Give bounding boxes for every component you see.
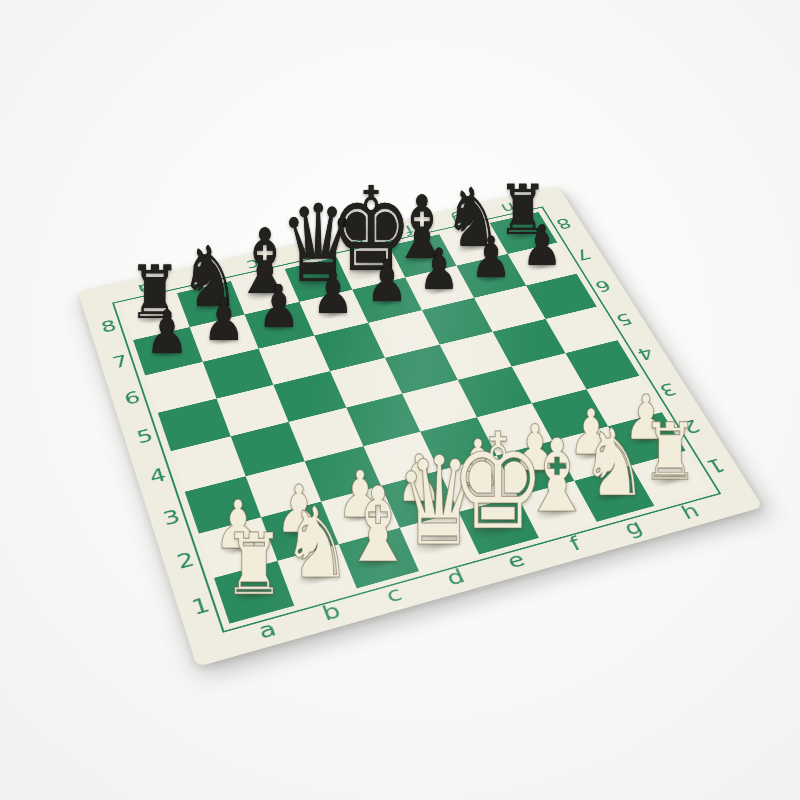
piece-black-pawn-c7[interactable]: ♟	[258, 276, 300, 335]
coord-left-rank-1: 1	[189, 595, 212, 618]
piece-black-pawn-e7[interactable]: ♟	[366, 252, 408, 310]
piece-black-pawn-a7[interactable]: ♟	[146, 302, 189, 362]
piece-black-pawn-d7[interactable]: ♟	[312, 265, 354, 323]
photo-scene: 88aa77bb66cc55dd44ee33ff22gg11hh ♜♞♝♛♚♝♞…	[0, 0, 800, 800]
coord-bottom-file-a: a	[256, 618, 279, 642]
piece-black-pawn-f7[interactable]: ♟	[419, 241, 460, 298]
piece-white-knight-g1[interactable]: ♞	[580, 417, 647, 510]
coord-bottom-file-g: g	[621, 517, 645, 538]
coord-bottom-file-h: h	[678, 501, 702, 522]
coord-left-rank-5: 5	[135, 427, 155, 446]
coord-left-rank-7: 7	[111, 353, 131, 371]
coord-left-rank-4: 4	[147, 466, 168, 486]
coord-left-rank-6: 6	[122, 389, 142, 408]
piece-white-rook-a1[interactable]: ♜	[223, 522, 284, 607]
coord-bottom-file-f: f	[566, 534, 584, 554]
coord-left-rank-3: 3	[161, 507, 183, 528]
piece-black-pawn-b7[interactable]: ♟	[203, 289, 245, 348]
coord-left-rank-2: 2	[175, 550, 197, 572]
coord-right-rank-6: 6	[592, 278, 613, 294]
coord-right-rank-1: 1	[703, 455, 727, 475]
coord-right-rank-7: 7	[573, 246, 594, 262]
coord-right-rank-5: 5	[613, 311, 635, 328]
coord-right-rank-4: 4	[634, 345, 656, 363]
coord-left-rank-8: 8	[99, 318, 118, 335]
coord-bottom-file-c: c	[383, 583, 405, 605]
coord-bottom-file-b: b	[320, 601, 344, 624]
piece-black-pawn-h7[interactable]: ♟	[522, 218, 562, 274]
piece-white-rook-h1[interactable]: ♜	[642, 413, 699, 492]
piece-black-pawn-g7[interactable]: ♟	[470, 229, 511, 286]
